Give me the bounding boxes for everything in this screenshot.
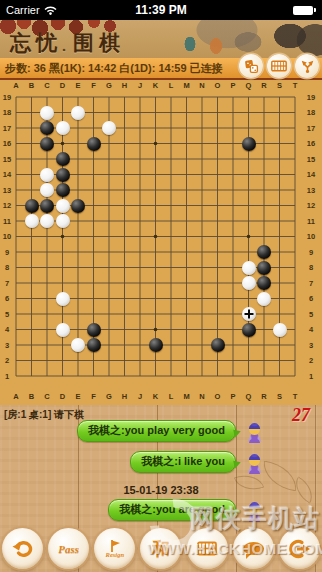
coord-label: O [212, 81, 224, 90]
coord-label: 5 [1, 310, 13, 319]
stone-C18 [40, 106, 54, 120]
toolbar: Pass Resign 和 [0, 528, 322, 569]
coord-label: 8 [1, 263, 13, 272]
stone-K3 [149, 338, 163, 352]
coord-label: 5 [305, 310, 317, 319]
stone-Q5 [242, 307, 256, 321]
game-status-text: 步数: 36 黑(1K): 14:42 白(1D): 14:59 已连接 [5, 58, 223, 78]
coord-label: C [41, 392, 53, 401]
stone-B12 [25, 199, 39, 213]
undo-button[interactable] [2, 528, 43, 569]
coord-label: 12 [305, 201, 317, 210]
coord-label: 10 [1, 232, 13, 241]
coord-label: 2 [305, 356, 317, 365]
coord-label: 14 [1, 170, 13, 179]
resign-button[interactable]: Resign [94, 528, 135, 569]
share-button[interactable] [295, 54, 319, 78]
stone-Q7 [242, 276, 256, 290]
stone-C17 [40, 121, 54, 135]
stone-D4 [56, 323, 70, 337]
coord-label: O [212, 392, 224, 401]
coord-label: 3 [305, 341, 317, 350]
exit-button[interactable] [279, 528, 320, 569]
coord-label: D [57, 392, 69, 401]
coord-label: 6 [1, 294, 13, 303]
coord-label: H [119, 81, 131, 90]
pass-button[interactable]: Pass [48, 528, 89, 569]
coord-label: P [227, 81, 239, 90]
coord-label: 3 [1, 341, 13, 350]
coord-label: R [258, 392, 270, 401]
stone-G17 [102, 121, 116, 135]
chat-timestamp: 15-01-19 23:38 [0, 483, 322, 497]
coord-label: Q [243, 392, 255, 401]
stone-R6 [257, 292, 271, 306]
coord-label: 17 [1, 124, 13, 133]
coord-label: 16 [305, 139, 317, 148]
app-root: Carrier 11:39 PM 忘忧。围棋 步数: 36 黑(1K): 14:… [0, 0, 322, 572]
stone-C12 [40, 199, 54, 213]
stone-F3 [87, 338, 101, 352]
coord-label: J [134, 392, 146, 401]
coord-label: Q [243, 81, 255, 90]
coord-label: T [289, 392, 301, 401]
coord-label: 14 [305, 170, 317, 179]
coord-label: 13 [1, 186, 13, 195]
stone-C16 [40, 137, 54, 151]
coord-label: 13 [305, 186, 317, 195]
message-list: 我棋之:you play very good 我棋之:i like you 15… [0, 421, 322, 531]
title-banner: 忘忧。围棋 [0, 20, 322, 58]
chat-bubble: 我棋之:i like you [130, 451, 236, 473]
stone-O3 [211, 338, 225, 352]
undo-arrow-icon [11, 537, 35, 561]
stone-F4 [87, 323, 101, 337]
count-score-button[interactable] [187, 528, 228, 569]
stone-C11 [40, 214, 54, 228]
coord-label: 2 [1, 356, 13, 365]
coord-label: N [196, 392, 208, 401]
coord-label: B [26, 81, 38, 90]
app-title: 忘忧。围棋 [10, 29, 125, 57]
status-bar: Carrier 11:39 PM [0, 0, 322, 20]
coord-label: L [165, 81, 177, 90]
coord-label: N [196, 81, 208, 90]
player-avatar [245, 499, 264, 522]
stone-R7 [257, 276, 271, 290]
stone-D14 [56, 168, 70, 182]
coord-label: 15 [305, 155, 317, 164]
coord-label: D [57, 81, 69, 90]
clock: 11:39 PM [0, 3, 322, 17]
stone-D13 [56, 183, 70, 197]
coord-label: 9 [305, 248, 317, 257]
coord-label: L [165, 392, 177, 401]
stone-C14 [40, 168, 54, 182]
stone-Q8 [242, 261, 256, 275]
coord-label: J [134, 81, 146, 90]
chat-area: [房:1 桌:1] 请下棋 27 我棋之:you play very good … [0, 405, 322, 572]
coord-label: F [88, 81, 100, 90]
coord-label: 11 [1, 217, 13, 226]
coord-label: S [274, 81, 286, 90]
coord-label: 12 [1, 201, 13, 210]
stone-Q4 [242, 323, 256, 337]
coord-label: 9 [1, 248, 13, 257]
stone-D11 [56, 214, 70, 228]
stone-R8 [257, 261, 271, 275]
stone-C13 [40, 183, 54, 197]
coord-label: G [103, 81, 115, 90]
dice-icon [244, 59, 259, 74]
player-avatar [245, 451, 264, 474]
stone-D15 [56, 152, 70, 166]
coord-label: 7 [305, 279, 317, 288]
coord-label: E [72, 81, 84, 90]
coord-label: 19 [1, 93, 13, 102]
dice-button[interactable] [239, 54, 263, 78]
coord-label: M [181, 81, 193, 90]
go-board[interactable]: AABBCCDDEEFFGGHHJJKKLLMMNNOOPPQQRRSSTT19… [0, 78, 322, 405]
coord-label: 1 [305, 372, 317, 381]
chat-message: 我棋之:you are good [0, 500, 322, 520]
coord-label: T [289, 81, 301, 90]
stone-F16 [87, 137, 101, 151]
ink-painting-art [132, 20, 322, 58]
counting-button[interactable] [267, 54, 291, 78]
chat-button[interactable] [233, 528, 274, 569]
coord-label: K [150, 81, 162, 90]
stone-S4 [273, 323, 287, 337]
share-icon [300, 59, 315, 74]
coord-label: 8 [305, 263, 317, 272]
stone-E18 [71, 106, 85, 120]
stone-R9 [257, 245, 271, 259]
coord-label: 11 [305, 217, 317, 226]
coord-label: 1 [1, 372, 13, 381]
room-status: [房:1 桌:1] 请下棋 [4, 408, 84, 422]
coord-label: A [10, 81, 22, 90]
coord-label: E [72, 392, 84, 401]
stone-D17 [56, 121, 70, 135]
coord-label: C [41, 81, 53, 90]
coord-label: 17 [305, 124, 317, 133]
coord-label: 7 [1, 279, 13, 288]
coord-label: K [150, 392, 162, 401]
player-avatar [245, 420, 264, 443]
stone-E12 [71, 199, 85, 213]
coord-label: M [181, 392, 193, 401]
game-info-bar: 步数: 36 黑(1K): 14:42 白(1D): 14:59 已连接 [0, 58, 322, 80]
counting-grid-icon [197, 541, 217, 556]
coord-label: G [103, 392, 115, 401]
coord-label: R [258, 81, 270, 90]
battery-icon [293, 6, 316, 15]
coord-label: 15 [1, 155, 13, 164]
exit-arrow-icon [287, 537, 311, 561]
coord-label: F [88, 392, 100, 401]
coord-label: 18 [1, 108, 13, 117]
coord-label: 6 [305, 294, 317, 303]
coord-label: B [26, 392, 38, 401]
stone-Q16 [242, 137, 256, 151]
coord-label: 18 [305, 108, 317, 117]
stone-D12 [56, 199, 70, 213]
stone-E3 [71, 338, 85, 352]
coord-label: 4 [305, 325, 317, 334]
chat-message: 我棋之:you play very good [0, 421, 322, 441]
coord-label: H [119, 392, 131, 401]
coord-label: A [10, 392, 22, 401]
coord-label: 16 [1, 139, 13, 148]
coord-label: 4 [1, 325, 13, 334]
coord-label: S [274, 392, 286, 401]
chat-bubble: 我棋之:you are good [108, 499, 236, 521]
speech-bubble-icon [243, 542, 264, 555]
chat-bubble: 我棋之:you play very good [77, 420, 236, 442]
chat-message: 我棋之:i like you [0, 452, 322, 472]
draw-button[interactable]: 和 [140, 528, 181, 569]
stone-D6 [56, 292, 70, 306]
stone-B11 [25, 214, 39, 228]
coord-label: 19 [305, 93, 317, 102]
coord-label: 10 [305, 232, 317, 241]
coord-label: P [227, 392, 239, 401]
counting-grid-icon [271, 60, 287, 72]
